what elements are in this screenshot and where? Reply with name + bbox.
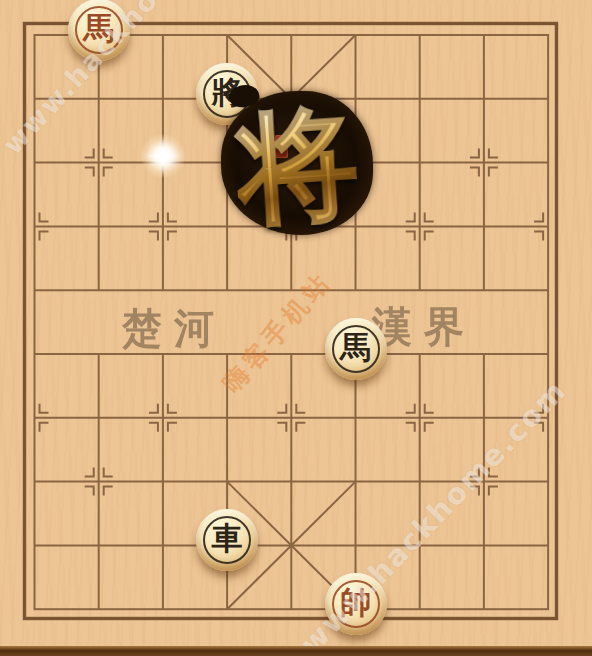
piece-red-horse[interactable]: 馬 <box>68 0 130 61</box>
river-label-chu-he: 楚河 <box>122 307 226 349</box>
check-character: 将 <box>232 100 362 230</box>
piece-character: 馬 <box>83 13 114 44</box>
table-edge <box>0 646 592 656</box>
piece-black-horse[interactable]: 馬 <box>325 318 387 380</box>
piece-character: 帥 <box>340 587 371 618</box>
piece-character: 馬 <box>340 332 371 363</box>
move-sparkle-effect <box>140 133 186 179</box>
river-label-han-jie: 漢界 <box>372 305 476 347</box>
xiangqi-board-screen: 楚河 漢界 馬將馬車帥 将 www.hackhome.com 嗨客手机站 www… <box>0 0 592 656</box>
piece-character: 車 <box>212 524 243 555</box>
piece-black-chariot[interactable]: 車 <box>196 509 258 571</box>
piece-red-general[interactable]: 帥 <box>325 573 387 635</box>
